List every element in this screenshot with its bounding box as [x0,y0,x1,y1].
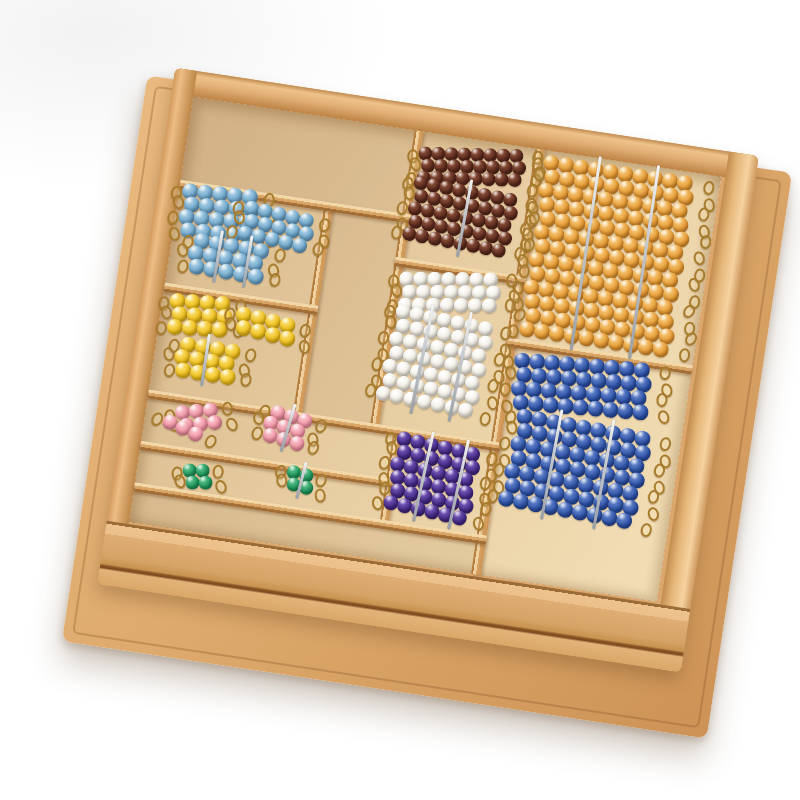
bead-bar-stack-golden [519,154,704,358]
bead [454,298,469,313]
bead [198,476,212,490]
bead [181,319,198,336]
bead-bar-stack-green [182,463,210,487]
bead [507,173,521,187]
bead [440,298,455,313]
box-interior [129,97,721,602]
bead-bar-stack-white [401,271,506,311]
bead [291,237,309,255]
bead-box [97,68,758,672]
bead-bar [185,475,211,489]
bead [196,320,213,337]
bead [632,404,649,421]
bead-bar-stack-darkblue [512,352,660,419]
bead [652,340,670,358]
bead [491,242,507,258]
bead [185,475,199,489]
bead [457,402,475,420]
bead [166,318,183,335]
bead [206,414,222,430]
bead [615,512,634,531]
bead-bar-stack-white [378,303,501,420]
bead [482,298,497,313]
bead-bar-stack-yellow [174,335,243,383]
product-photo [0,0,800,800]
